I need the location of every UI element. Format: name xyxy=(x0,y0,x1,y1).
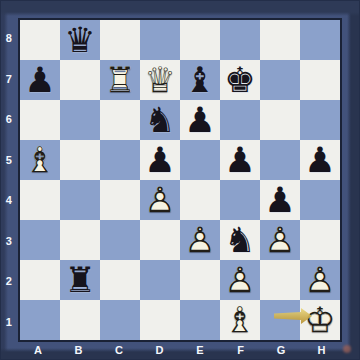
square-h4[interactable] xyxy=(300,180,340,220)
square-c7[interactable]: ♜♖ xyxy=(100,60,140,100)
square-e1[interactable] xyxy=(180,300,220,340)
piece-black-pawn-e6[interactable]: ♟ xyxy=(180,100,220,140)
piece-white-queen-d7[interactable]: ♛♕ xyxy=(140,60,180,100)
square-d8[interactable] xyxy=(140,20,180,60)
square-a4[interactable] xyxy=(20,180,60,220)
square-g5[interactable] xyxy=(260,140,300,180)
piece-black-queen-b8[interactable]: ♛ xyxy=(60,20,100,60)
square-c5[interactable] xyxy=(100,140,140,180)
square-d5[interactable]: ♟ xyxy=(140,140,180,180)
file-labels: ABCDEFGH xyxy=(18,341,342,358)
square-f2[interactable]: ♟♙ xyxy=(220,260,260,300)
square-g7[interactable] xyxy=(260,60,300,100)
square-d1[interactable] xyxy=(140,300,180,340)
square-g1[interactable] xyxy=(260,300,300,340)
square-d4[interactable]: ♟♙ xyxy=(140,180,180,220)
rank-label-1: 1 xyxy=(0,302,18,343)
piece-black-pawn-h5[interactable]: ♟ xyxy=(300,140,340,180)
square-a3[interactable] xyxy=(20,220,60,260)
rank-label-2: 2 xyxy=(0,261,18,302)
square-b2[interactable]: ♜ xyxy=(60,260,100,300)
square-e3[interactable]: ♟♙ xyxy=(180,220,220,260)
square-a7[interactable]: ♟ xyxy=(20,60,60,100)
square-h1[interactable]: ♚♔ xyxy=(300,300,340,340)
square-d6[interactable]: ♞ xyxy=(140,100,180,140)
piece-white-pawn-g3[interactable]: ♟♙ xyxy=(260,220,300,260)
square-d7[interactable]: ♛♕ xyxy=(140,60,180,100)
piece-white-rook-c7[interactable]: ♜♖ xyxy=(100,60,140,100)
square-b8[interactable]: ♛ xyxy=(60,20,100,60)
square-f6[interactable] xyxy=(220,100,260,140)
rank-label-8: 8 xyxy=(0,18,18,59)
file-label-g: G xyxy=(261,341,302,358)
square-e8[interactable] xyxy=(180,20,220,60)
square-a1[interactable] xyxy=(20,300,60,340)
file-label-c: C xyxy=(99,341,140,358)
square-h8[interactable] xyxy=(300,20,340,60)
square-g2[interactable] xyxy=(260,260,300,300)
piece-black-pawn-d5[interactable]: ♟ xyxy=(140,140,180,180)
rank-label-6: 6 xyxy=(0,99,18,140)
square-g3[interactable]: ♟♙ xyxy=(260,220,300,260)
square-g4[interactable]: ♟ xyxy=(260,180,300,220)
square-f8[interactable] xyxy=(220,20,260,60)
square-f3[interactable]: ♞ xyxy=(220,220,260,260)
square-f1[interactable]: ♝♗ xyxy=(220,300,260,340)
file-label-f: F xyxy=(221,341,262,358)
square-e2[interactable] xyxy=(180,260,220,300)
square-c6[interactable] xyxy=(100,100,140,140)
square-g8[interactable] xyxy=(260,20,300,60)
square-b6[interactable] xyxy=(60,100,100,140)
square-f4[interactable] xyxy=(220,180,260,220)
square-b4[interactable] xyxy=(60,180,100,220)
square-b3[interactable] xyxy=(60,220,100,260)
piece-black-knight-f3[interactable]: ♞ xyxy=(220,220,260,260)
square-d2[interactable] xyxy=(140,260,180,300)
piece-black-pawn-g4[interactable]: ♟ xyxy=(260,180,300,220)
rank-labels: 87654321 xyxy=(0,18,18,342)
square-e6[interactable]: ♟ xyxy=(180,100,220,140)
square-a8[interactable] xyxy=(20,20,60,60)
file-label-b: B xyxy=(59,341,100,358)
piece-black-bishop-e7[interactable]: ♝ xyxy=(180,60,220,100)
chess-diagram: 87654321 ABCDEFGH ♛♟♜♖♛♕♝♚♞♟♝♗♟♟♟♟♙♟♟♙♞♟… xyxy=(0,0,360,360)
file-label-e: E xyxy=(180,341,221,358)
square-a5[interactable]: ♝♗ xyxy=(20,140,60,180)
piece-white-bishop-a5[interactable]: ♝♗ xyxy=(20,140,60,180)
square-c2[interactable] xyxy=(100,260,140,300)
square-f7[interactable]: ♚ xyxy=(220,60,260,100)
square-c1[interactable] xyxy=(100,300,140,340)
piece-black-pawn-a7[interactable]: ♟ xyxy=(20,60,60,100)
square-e5[interactable] xyxy=(180,140,220,180)
square-g6[interactable] xyxy=(260,100,300,140)
square-c8[interactable] xyxy=(100,20,140,60)
rank-label-5: 5 xyxy=(0,140,18,181)
piece-white-pawn-d4[interactable]: ♟♙ xyxy=(140,180,180,220)
square-b1[interactable] xyxy=(60,300,100,340)
square-c3[interactable] xyxy=(100,220,140,260)
square-e4[interactable] xyxy=(180,180,220,220)
square-c4[interactable] xyxy=(100,180,140,220)
piece-black-rook-b2[interactable]: ♜ xyxy=(60,260,100,300)
square-h6[interactable] xyxy=(300,100,340,140)
square-d3[interactable] xyxy=(140,220,180,260)
square-a6[interactable] xyxy=(20,100,60,140)
square-b7[interactable] xyxy=(60,60,100,100)
square-b5[interactable] xyxy=(60,140,100,180)
piece-white-bishop-f1[interactable]: ♝♗ xyxy=(220,300,260,340)
chess-board: ♛♟♜♖♛♕♝♚♞♟♝♗♟♟♟♟♙♟♟♙♞♟♙♜♟♙♟♙♝♗♚♔ xyxy=(18,18,342,342)
piece-white-pawn-f2[interactable]: ♟♙ xyxy=(220,260,260,300)
piece-white-king-h1[interactable]: ♚♔ xyxy=(300,300,340,340)
rank-label-3: 3 xyxy=(0,221,18,262)
piece-black-knight-d6[interactable]: ♞ xyxy=(140,100,180,140)
file-label-h: H xyxy=(302,341,343,358)
square-a2[interactable] xyxy=(20,260,60,300)
rank-label-7: 7 xyxy=(0,59,18,100)
watermark-dot xyxy=(343,345,351,353)
piece-white-pawn-e3[interactable]: ♟♙ xyxy=(180,220,220,260)
rank-label-4: 4 xyxy=(0,180,18,221)
square-h5[interactable]: ♟ xyxy=(300,140,340,180)
piece-black-pawn-f5[interactable]: ♟ xyxy=(220,140,260,180)
square-e7[interactable]: ♝ xyxy=(180,60,220,100)
piece-black-king-f7[interactable]: ♚ xyxy=(220,60,260,100)
file-label-d: D xyxy=(140,341,181,358)
square-h3[interactable] xyxy=(300,220,340,260)
file-label-a: A xyxy=(18,341,59,358)
square-h2[interactable]: ♟♙ xyxy=(300,260,340,300)
square-f5[interactable]: ♟ xyxy=(220,140,260,180)
square-h7[interactable] xyxy=(300,60,340,100)
piece-white-pawn-h2[interactable]: ♟♙ xyxy=(300,260,340,300)
